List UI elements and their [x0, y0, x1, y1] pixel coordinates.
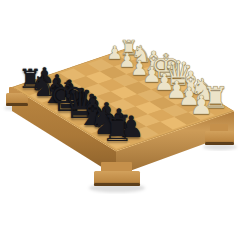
chess-set-photo: ♜♞♝♛♚♝♞♜♟♟♟♟♟♟♟♟♟♟♟♟♟♟♟♟♜♞♝♛♚♝♞♜ — [0, 0, 240, 240]
